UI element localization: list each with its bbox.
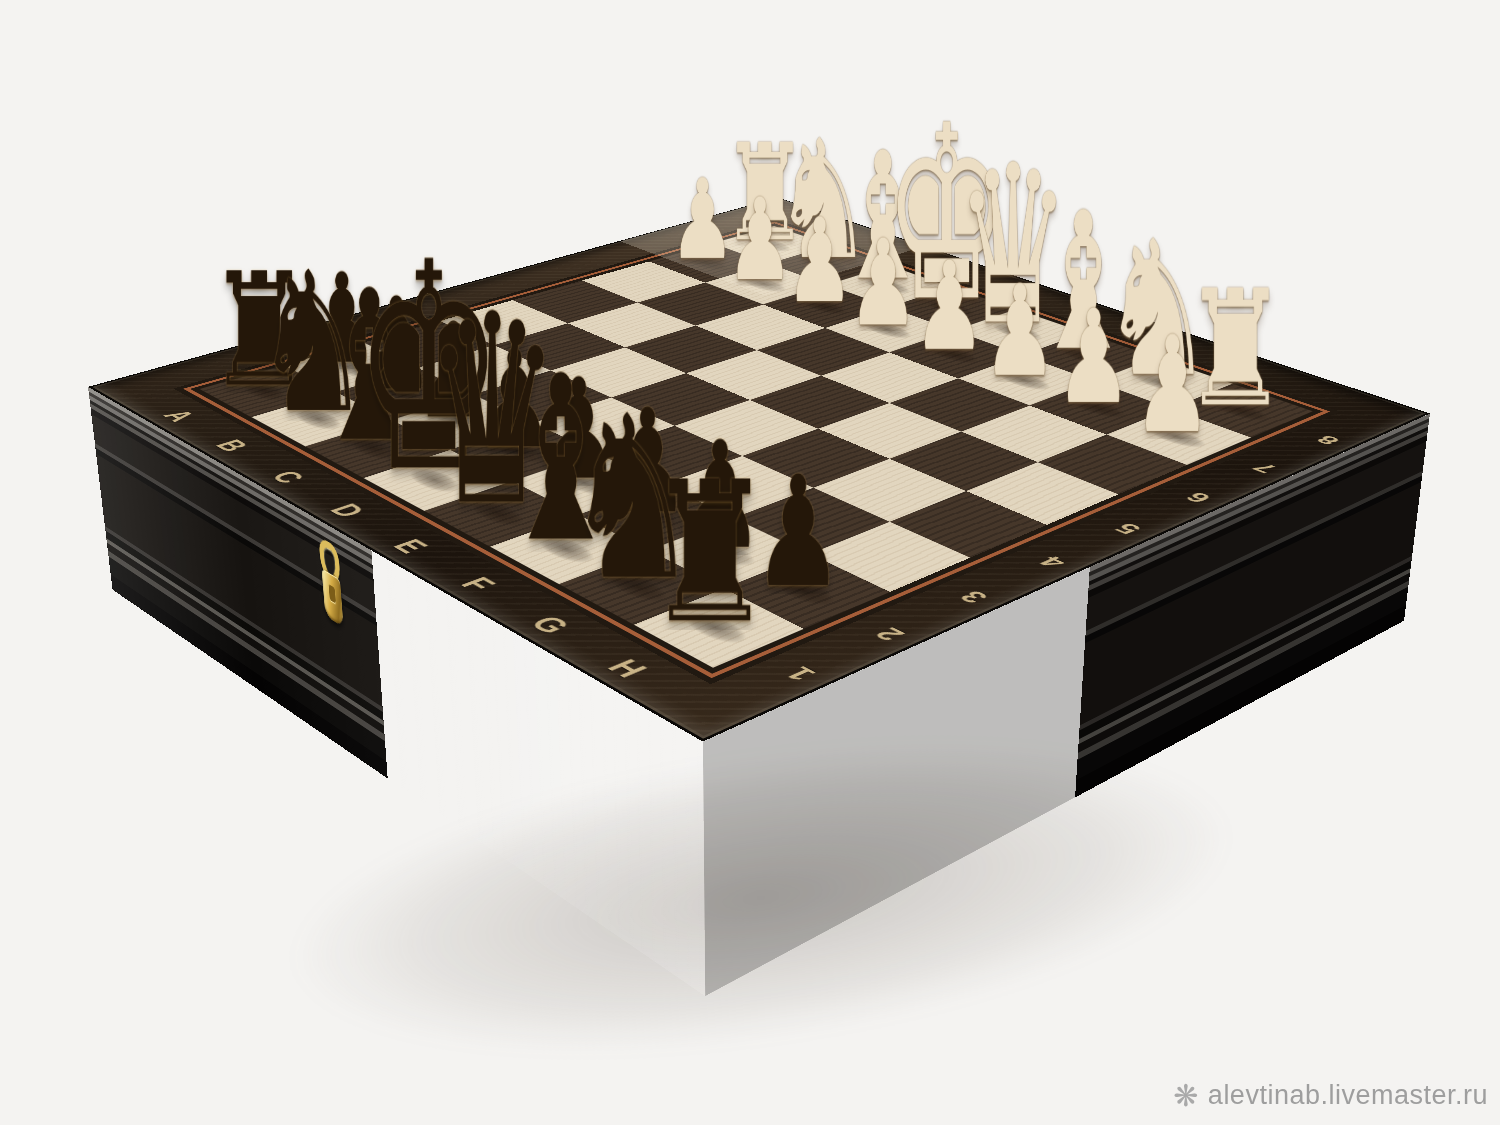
file-label-B: B: [207, 436, 256, 454]
piece-white-pawn[interactable]: ♟: [670, 176, 735, 264]
rank-label-3: 3: [953, 587, 996, 606]
piece-black-rook[interactable]: ♜: [645, 475, 774, 631]
file-label-E: E: [384, 536, 436, 557]
file-label-C: C: [263, 467, 313, 487]
photo-scene: ♜♞♝♚♛♝♞♜♟♟♟♟♟♟♟♟♟♟♟♟♟♟♟♟♜♞♝♚♛♝♞♜ ABCDEFG…: [0, 0, 1500, 1125]
rank-label-5: 5: [1108, 520, 1147, 537]
square-h1[interactable]: ♜: [633, 588, 804, 668]
rank-label-4: 4: [1033, 553, 1074, 571]
chess-box: ♜♞♝♚♛♝♞♜♟♟♟♟♟♟♟♟♟♟♟♟♟♟♟♟♜♞♝♚♛♝♞♜ ABCDEFG…: [88, 197, 1430, 741]
rank-label-8: 8: [1310, 433, 1346, 447]
piece-white-pawn[interactable]: ♟: [913, 258, 985, 356]
file-label-H: H: [598, 655, 656, 682]
watermark: ❋ alevtinab.livemaster.ru: [1173, 1080, 1488, 1111]
file-label-A: A: [155, 407, 203, 424]
rank-label-7: 7: [1247, 460, 1284, 475]
watermark-text: alevtinab.livemaster.ru: [1208, 1080, 1488, 1111]
file-label-F: F: [452, 573, 504, 595]
piece-white-pawn[interactable]: ♟: [726, 195, 793, 286]
rank-label-2: 2: [868, 624, 912, 644]
file-label-G: G: [521, 612, 579, 638]
piece-white-pawn[interactable]: ♟: [1055, 306, 1131, 409]
watermark-flower-icon: ❋: [1173, 1081, 1199, 1111]
scene-3d: ♜♞♝♚♛♝♞♜♟♟♟♟♟♟♟♟♟♟♟♟♟♟♟♟♜♞♝♚♛♝♞♜ ABCDEFG…: [0, 0, 1500, 1125]
piece-white-pawn[interactable]: ♟: [785, 215, 854, 308]
piece-white-pawn[interactable]: ♟: [1133, 332, 1212, 438]
piece-white-pawn[interactable]: ♟: [848, 236, 919, 331]
rank-label-1: 1: [777, 663, 823, 685]
rank-label-6: 6: [1179, 490, 1217, 506]
piece-white-pawn[interactable]: ♟: [982, 281, 1056, 382]
brass-latch[interactable]: [314, 533, 349, 636]
file-label-D: D: [321, 500, 373, 521]
